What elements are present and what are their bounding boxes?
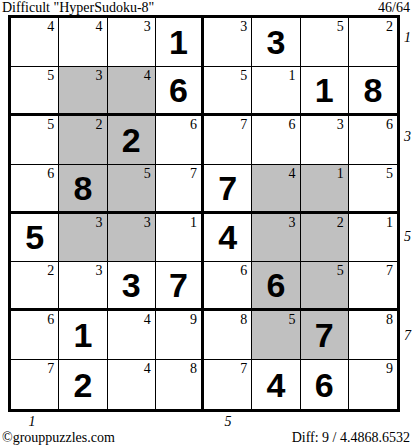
corner-mark: 6 — [240, 263, 247, 278]
corner-mark: 1 — [386, 215, 393, 230]
corner-mark: 1 — [190, 215, 197, 230]
corner-mark: 3 — [337, 117, 344, 132]
corner-mark: 6 — [47, 312, 54, 327]
cell-r4c5: 7 — [204, 165, 252, 214]
corner-mark: 5 — [386, 166, 393, 181]
col-label-1: 1 — [29, 415, 36, 429]
cell-r8c1[interactable]: 7 — [11, 360, 59, 409]
given-digit: 4 — [204, 214, 251, 262]
corner-mark: 4 — [289, 166, 296, 181]
cell-r7c6[interactable]: 5 — [252, 311, 300, 360]
cell-r2c3[interactable]: 4 — [108, 67, 156, 116]
cell-r3c8[interactable]: 6 — [349, 116, 397, 165]
given-digit: 5 — [11, 214, 58, 262]
cell-r8c7: 6 — [301, 360, 349, 409]
difficulty-text: Diff: 9 / 4.4868.6532 — [292, 430, 410, 446]
col-label-5: 5 — [225, 415, 232, 429]
corner-mark: 4 — [144, 68, 151, 83]
cell-r5c5: 4 — [204, 214, 252, 263]
corner-mark: 6 — [190, 117, 197, 132]
cell-r3c5[interactable]: 7 — [204, 116, 252, 165]
corner-mark: 4 — [47, 19, 54, 34]
row-label-5: 5 — [404, 230, 411, 244]
corner-mark: 4 — [144, 312, 151, 327]
cell-r4c6[interactable]: 4 — [252, 165, 300, 214]
given-digit: 6 — [156, 67, 201, 113]
corner-mark: 3 — [240, 19, 247, 34]
cell-r5c8[interactable]: 1 — [349, 214, 397, 263]
row-label-7: 7 — [404, 329, 411, 343]
corner-mark: 5 — [240, 68, 247, 83]
corner-mark: 5 — [144, 166, 151, 181]
corner-mark: 3 — [144, 19, 151, 34]
cell-r7c5[interactable]: 8 — [204, 311, 252, 360]
puzzle-page: Difficult "HyperSudoku-8" 46/64 44313352… — [0, 0, 412, 447]
cell-r8c2: 2 — [59, 360, 107, 409]
row-label-3: 3 — [404, 130, 411, 144]
cell-r6c7[interactable]: 5 — [301, 262, 349, 311]
cell-r4c2: 8 — [59, 165, 107, 214]
cell-r1c2[interactable]: 4 — [59, 18, 107, 67]
corner-mark: 7 — [47, 361, 54, 376]
cell-r6c2[interactable]: 3 — [59, 262, 107, 311]
cell-r1c3[interactable]: 3 — [108, 18, 156, 67]
cell-r5c3[interactable]: 3 — [108, 214, 156, 263]
sudoku-board: 4431335253465118522676366857741553314321… — [8, 15, 400, 412]
cell-r4c7[interactable]: 1 — [301, 165, 349, 214]
given-digit: 1 — [59, 311, 106, 359]
given-digit: 2 — [59, 360, 106, 409]
corner-mark: 3 — [96, 68, 103, 83]
corner-mark: 8 — [190, 361, 197, 376]
cell-r2c2[interactable]: 3 — [59, 67, 107, 116]
corner-mark: 2 — [386, 19, 393, 34]
cell-r1c4: 1 — [156, 18, 204, 67]
cell-r6c4: 7 — [156, 262, 204, 311]
given-digit: 2 — [108, 116, 155, 164]
cell-r8c3[interactable]: 4 — [108, 360, 156, 409]
cell-r3c2[interactable]: 2 — [59, 116, 107, 165]
puzzle-title: Difficult "HyperSudoku-8" — [2, 0, 154, 16]
corner-mark: 8 — [386, 312, 393, 327]
given-digit: 1 — [156, 18, 201, 66]
cell-r6c8[interactable]: 7 — [349, 262, 397, 311]
cell-r6c5[interactable]: 6 — [204, 262, 252, 311]
corner-mark: 5 — [47, 117, 54, 132]
cell-r8c8[interactable]: 9 — [349, 360, 397, 409]
corner-mark: 6 — [289, 117, 296, 132]
cell-r8c4[interactable]: 8 — [156, 360, 204, 409]
corner-mark: 9 — [386, 361, 393, 376]
corner-mark: 4 — [144, 361, 151, 376]
cell-r1c1[interactable]: 4 — [11, 18, 59, 67]
corner-mark: 8 — [240, 312, 247, 327]
corner-mark: 2 — [337, 215, 344, 230]
cell-r7c3[interactable]: 4 — [108, 311, 156, 360]
corner-mark: 1 — [289, 68, 296, 83]
cell-r1c7[interactable]: 5 — [301, 18, 349, 67]
given-digit: 4 — [252, 360, 299, 409]
given-digit: 6 — [252, 262, 299, 308]
cell-r1c5[interactable]: 3 — [204, 18, 252, 67]
cell-r7c1[interactable]: 6 — [11, 311, 59, 360]
corner-mark: 1 — [337, 166, 344, 181]
corner-mark: 3 — [289, 215, 296, 230]
corner-mark: 4 — [96, 19, 103, 34]
corner-mark: 7 — [190, 166, 197, 181]
given-digit: 6 — [301, 360, 348, 409]
given-digit: 7 — [204, 165, 251, 211]
cell-r2c5[interactable]: 5 — [204, 67, 252, 116]
corner-mark: 7 — [386, 263, 393, 278]
corner-mark: 5 — [337, 19, 344, 34]
cell-r3c1[interactable]: 5 — [11, 116, 59, 165]
cell-r7c2: 1 — [59, 311, 107, 360]
cell-r5c1: 5 — [11, 214, 59, 263]
given-digit: 7 — [301, 311, 348, 359]
corner-mark: 7 — [240, 361, 247, 376]
cell-r5c6[interactable]: 3 — [252, 214, 300, 263]
corner-mark: 5 — [337, 263, 344, 278]
cell-r6c6: 6 — [252, 262, 300, 311]
cell-r4c8[interactable]: 5 — [349, 165, 397, 214]
cell-r2c7: 1 — [301, 67, 349, 116]
corner-mark: 5 — [47, 68, 54, 83]
corner-mark: 3 — [96, 215, 103, 230]
cell-r1c6: 3 — [252, 18, 300, 67]
cell-r6c1[interactable]: 2 — [11, 262, 59, 311]
corner-mark: 3 — [96, 263, 103, 278]
corner-mark: 3 — [144, 215, 151, 230]
corner-mark: 2 — [47, 263, 54, 278]
corner-mark: 7 — [240, 117, 247, 132]
cell-r3c4[interactable]: 6 — [156, 116, 204, 165]
cell-r2c6[interactable]: 1 — [252, 67, 300, 116]
copyright-text: ©grouppuzzles.com — [2, 430, 115, 446]
cell-r3c7[interactable]: 3 — [301, 116, 349, 165]
cell-r7c7: 7 — [301, 311, 349, 360]
cell-r7c8[interactable]: 8 — [349, 311, 397, 360]
corner-mark: 6 — [47, 166, 54, 181]
cell-r3c6[interactable]: 6 — [252, 116, 300, 165]
progress-counter: 46/64 — [378, 0, 410, 16]
corner-mark: 5 — [289, 312, 296, 327]
corner-mark: 9 — [190, 312, 197, 327]
given-digit: 3 — [252, 18, 299, 66]
given-digit: 3 — [108, 262, 155, 308]
cell-r8c6: 4 — [252, 360, 300, 409]
given-digit: 8 — [349, 67, 397, 113]
cell-r5c7[interactable]: 2 — [301, 214, 349, 263]
cell-r1c8[interactable]: 2 — [349, 18, 397, 67]
cell-r5c2[interactable]: 3 — [59, 214, 107, 263]
cell-r5c4[interactable]: 1 — [156, 214, 204, 263]
given-digit: 7 — [156, 262, 201, 308]
cell-r2c8: 8 — [349, 67, 397, 116]
cell-r6c3: 3 — [108, 262, 156, 311]
cell-r2c1[interactable]: 5 — [11, 67, 59, 116]
corner-mark: 6 — [386, 117, 393, 132]
cell-r4c3[interactable]: 5 — [108, 165, 156, 214]
cell-r4c4[interactable]: 7 — [156, 165, 204, 214]
cell-r4c1[interactable]: 6 — [11, 165, 59, 214]
row-label-1: 1 — [404, 31, 411, 45]
given-digit: 1 — [301, 67, 348, 113]
corner-mark: 2 — [96, 117, 103, 132]
cell-r8c5[interactable]: 7 — [204, 360, 252, 409]
cell-r7c4[interactable]: 9 — [156, 311, 204, 360]
given-digit: 8 — [59, 165, 106, 211]
cell-r3c3: 2 — [108, 116, 156, 165]
cell-r2c4: 6 — [156, 67, 204, 116]
